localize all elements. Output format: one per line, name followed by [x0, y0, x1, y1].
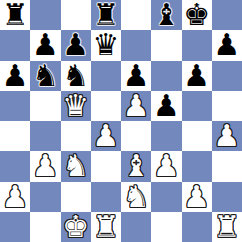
square-g8[interactable]: ♚ [182, 0, 212, 30]
white-pawn[interactable]: ♟ [153, 151, 180, 181]
square-h3[interactable] [212, 151, 242, 181]
black-rook[interactable]: ♜ [92, 0, 119, 30]
square-a2[interactable]: ♟ [0, 182, 30, 212]
square-f2[interactable] [151, 182, 181, 212]
square-d4[interactable]: ♟ [91, 121, 121, 151]
square-a8[interactable]: ♜ [0, 0, 30, 30]
square-a6[interactable]: ♟ [0, 61, 30, 91]
square-h1[interactable]: ♜ [212, 212, 242, 242]
white-knight[interactable]: ♞ [62, 151, 89, 181]
square-g5[interactable] [182, 91, 212, 121]
square-f7[interactable] [151, 30, 181, 60]
white-pawn[interactable]: ♟ [92, 121, 119, 151]
square-d8[interactable]: ♜ [91, 0, 121, 30]
square-b1[interactable] [30, 212, 60, 242]
black-pawn[interactable]: ♟ [62, 30, 89, 60]
square-c1[interactable]: ♚ [61, 212, 91, 242]
square-b4[interactable] [30, 121, 60, 151]
square-e2[interactable]: ♞ [121, 182, 151, 212]
square-g1[interactable] [182, 212, 212, 242]
white-knight[interactable]: ♞ [123, 182, 150, 212]
white-pawn[interactable]: ♟ [183, 182, 210, 212]
square-g7[interactable] [182, 30, 212, 60]
square-a4[interactable] [0, 121, 30, 151]
black-knight[interactable]: ♞ [32, 61, 59, 91]
square-f8[interactable]: ♝ [151, 0, 181, 30]
square-b2[interactable] [30, 182, 60, 212]
square-e4[interactable] [121, 121, 151, 151]
white-king[interactable]: ♚ [62, 212, 89, 242]
square-e7[interactable] [121, 30, 151, 60]
white-pawn[interactable]: ♟ [123, 91, 150, 121]
black-pawn[interactable]: ♟ [2, 61, 29, 91]
square-g6[interactable]: ♟ [182, 61, 212, 91]
black-king[interactable]: ♚ [183, 0, 210, 30]
black-knight[interactable]: ♞ [62, 61, 89, 91]
square-b8[interactable] [30, 0, 60, 30]
square-c5[interactable]: ♛ [61, 91, 91, 121]
black-pawn[interactable]: ♟ [123, 61, 150, 91]
square-d7[interactable]: ♛ [91, 30, 121, 60]
square-d1[interactable]: ♜ [91, 212, 121, 242]
square-g4[interactable] [182, 121, 212, 151]
square-d2[interactable] [91, 182, 121, 212]
square-f4[interactable] [151, 121, 181, 151]
square-h8[interactable] [212, 0, 242, 30]
square-g3[interactable] [182, 151, 212, 181]
square-h7[interactable]: ♟ [212, 30, 242, 60]
square-g2[interactable]: ♟ [182, 182, 212, 212]
square-f1[interactable] [151, 212, 181, 242]
black-pawn[interactable]: ♟ [213, 30, 240, 60]
white-pawn[interactable]: ♟ [2, 182, 29, 212]
white-rook[interactable]: ♜ [92, 212, 119, 242]
square-c7[interactable]: ♟ [61, 30, 91, 60]
white-pawn[interactable]: ♟ [32, 151, 59, 181]
chess-board: ♜♜♝♚♟♟♛♟♟♞♞♟♟♛♟♟♟♟♟♞♝♟♟♞♟♚♜♜ [0, 0, 242, 242]
square-b5[interactable] [30, 91, 60, 121]
square-c3[interactable]: ♞ [61, 151, 91, 181]
square-c8[interactable] [61, 0, 91, 30]
square-c4[interactable] [61, 121, 91, 151]
white-queen[interactable]: ♛ [62, 91, 89, 121]
square-d6[interactable] [91, 61, 121, 91]
square-a7[interactable] [0, 30, 30, 60]
black-bishop[interactable]: ♝ [153, 0, 180, 30]
square-f5[interactable]: ♟ [151, 91, 181, 121]
square-h4[interactable]: ♟ [212, 121, 242, 151]
square-c6[interactable]: ♞ [61, 61, 91, 91]
square-b6[interactable]: ♞ [30, 61, 60, 91]
square-h6[interactable] [212, 61, 242, 91]
white-rook[interactable]: ♜ [213, 212, 240, 242]
square-e6[interactable]: ♟ [121, 61, 151, 91]
square-b7[interactable]: ♟ [30, 30, 60, 60]
black-rook[interactable]: ♜ [2, 0, 29, 30]
white-bishop[interactable]: ♝ [123, 151, 150, 181]
square-e8[interactable] [121, 0, 151, 30]
square-e3[interactable]: ♝ [121, 151, 151, 181]
square-d3[interactable] [91, 151, 121, 181]
square-d5[interactable] [91, 91, 121, 121]
square-f3[interactable]: ♟ [151, 151, 181, 181]
square-e5[interactable]: ♟ [121, 91, 151, 121]
square-f6[interactable] [151, 61, 181, 91]
white-pawn[interactable]: ♟ [213, 121, 240, 151]
square-b3[interactable]: ♟ [30, 151, 60, 181]
black-pawn[interactable]: ♟ [153, 91, 180, 121]
square-h2[interactable] [212, 182, 242, 212]
square-a3[interactable] [0, 151, 30, 181]
square-a1[interactable] [0, 212, 30, 242]
square-a5[interactable] [0, 91, 30, 121]
black-pawn[interactable]: ♟ [32, 30, 59, 60]
square-e1[interactable] [121, 212, 151, 242]
black-queen[interactable]: ♛ [92, 30, 119, 60]
black-pawn[interactable]: ♟ [183, 61, 210, 91]
square-h5[interactable] [212, 91, 242, 121]
square-c2[interactable] [61, 182, 91, 212]
